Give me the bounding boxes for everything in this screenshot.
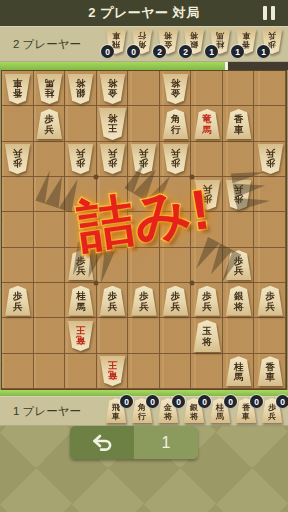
cell-2g[interactable]: 銀将 xyxy=(223,283,255,318)
cell-9h[interactable] xyxy=(2,318,34,353)
cell-7e[interactable] xyxy=(65,212,97,247)
cell-8a[interactable]: 桂馬 xyxy=(34,71,66,106)
cell-4a[interactable]: 金将 xyxy=(160,71,192,106)
piece-桂馬: 桂馬 xyxy=(225,356,252,386)
cell-3d[interactable]: 歩兵 xyxy=(191,177,223,212)
cell-6i[interactable]: 竜王 xyxy=(97,354,129,389)
pause-button[interactable] xyxy=(263,6,277,20)
hand-count-badge: 1 xyxy=(257,45,270,58)
pause-icon xyxy=(263,6,267,20)
cell-5i[interactable] xyxy=(128,354,160,389)
hand-piece-金将[interactable]: 金将0 xyxy=(157,398,181,425)
cell-6g[interactable]: 歩兵 xyxy=(97,283,129,318)
cell-5c[interactable]: 歩兵 xyxy=(128,142,160,177)
cell-7a[interactable]: 銀将 xyxy=(65,71,97,106)
hand-count-badge: 2 xyxy=(179,45,192,58)
cell-5h[interactable] xyxy=(128,318,160,353)
piece-香車: 香車 xyxy=(257,356,284,386)
cell-1b[interactable] xyxy=(254,106,286,141)
opponent-label: 2 プレーヤー xyxy=(13,37,81,52)
piece-歩兵: 歩兵 xyxy=(162,286,189,316)
piece-玉将: 玉将 xyxy=(193,320,222,352)
opponent-hand-tray: 2 プレーヤー 飛車0角行0金将2銀将2桂馬1香車1歩兵1 xyxy=(0,26,288,62)
hand-piece-香車[interactable]: 香車0 xyxy=(235,398,259,425)
piece-金将: 金将 xyxy=(162,74,189,104)
cell-3i[interactable] xyxy=(191,354,223,389)
player-label: 1 プレーヤー xyxy=(13,404,81,419)
piece-歩兵: 歩兵 xyxy=(162,144,189,174)
hand-piece-角行[interactable]: 角行0 xyxy=(131,398,155,425)
cell-3c[interactable] xyxy=(191,142,223,177)
piece-王将: 王将 xyxy=(98,108,127,140)
hand-piece-飛車[interactable]: 飛車0 xyxy=(105,398,129,425)
cell-6c[interactable]: 歩兵 xyxy=(97,142,129,177)
piece-歩兵: 歩兵 xyxy=(4,144,31,174)
cell-2i[interactable]: 桂馬 xyxy=(223,354,255,389)
cell-9f[interactable] xyxy=(2,248,34,283)
cell-6d[interactable] xyxy=(97,177,129,212)
cell-1c[interactable]: 歩兵 xyxy=(254,142,286,177)
piece-銀将: 銀将 xyxy=(67,74,94,104)
hand-piece-銀将[interactable]: 銀将0 xyxy=(183,398,207,425)
cell-7g[interactable]: 桂馬 xyxy=(65,283,97,318)
cell-5a[interactable] xyxy=(128,71,160,106)
cell-2a[interactable] xyxy=(223,71,255,106)
hand-piece-銀将[interactable]: 銀将2 xyxy=(183,29,207,56)
hand-count-badge: 0 xyxy=(127,45,140,58)
shogi-board: 香車桂馬銀将金将金将歩兵王将角行竜馬香車歩兵歩兵歩兵歩兵歩兵歩兵歩兵歩兵歩兵歩兵… xyxy=(1,70,287,390)
title-bar: 2 プレーヤー 対局 xyxy=(0,0,288,26)
cell-6b[interactable]: 王将 xyxy=(97,106,129,141)
timer-bar xyxy=(0,62,288,70)
cell-5f[interactable] xyxy=(128,248,160,283)
piece-歩兵: 歩兵 xyxy=(67,144,94,174)
piece-桂馬: 桂馬 xyxy=(36,74,63,104)
piece-竜王: 竜王 xyxy=(67,321,94,351)
page-title: 2 プレーヤー 対局 xyxy=(88,4,199,22)
hand-piece-桂馬[interactable]: 桂馬1 xyxy=(209,29,233,56)
undo-button[interactable] xyxy=(70,426,134,459)
cell-9g[interactable]: 歩兵 xyxy=(2,283,34,318)
piece-銀将: 銀将 xyxy=(225,286,252,316)
piece-香車: 香車 xyxy=(225,109,252,139)
cell-2h[interactable] xyxy=(223,318,255,353)
cell-7i[interactable] xyxy=(65,354,97,389)
cell-4e[interactable] xyxy=(160,212,192,247)
opponent-hand-row: 飛車0角行0金将2銀将2桂馬1香車1歩兵1 xyxy=(105,29,285,56)
cell-9e[interactable] xyxy=(2,212,34,247)
hand-piece-歩兵[interactable]: 歩兵0 xyxy=(261,398,285,425)
hand-count-badge: 1 xyxy=(231,45,244,58)
piece-歩兵: 歩兵 xyxy=(194,286,221,316)
pause-icon xyxy=(271,6,275,20)
piece-竜王: 竜王 xyxy=(99,356,126,386)
cell-7h[interactable]: 竜王 xyxy=(65,318,97,353)
piece-香車: 香車 xyxy=(4,74,31,104)
piece-歩兵: 歩兵 xyxy=(4,286,31,316)
timer-notch xyxy=(225,62,228,70)
hand-count-badge: 0 xyxy=(224,395,237,408)
piece-歩兵: 歩兵 xyxy=(130,144,157,174)
piece-歩兵: 歩兵 xyxy=(99,286,126,316)
undo-icon xyxy=(91,434,113,451)
cell-5e[interactable] xyxy=(128,212,160,247)
hand-count-badge: 0 xyxy=(198,395,211,408)
cell-2b[interactable]: 香車 xyxy=(223,106,255,141)
piece-桂馬: 桂馬 xyxy=(67,286,94,316)
piece-金将: 金将 xyxy=(99,74,126,104)
cell-1h[interactable] xyxy=(254,318,286,353)
star-point xyxy=(94,175,99,180)
cell-8f[interactable] xyxy=(34,248,66,283)
cell-4f[interactable] xyxy=(160,248,192,283)
piece-歩兵: 歩兵 xyxy=(130,286,157,316)
hand-count-badge: 0 xyxy=(276,395,288,408)
cell-9b[interactable] xyxy=(2,106,34,141)
move-counter: 1 xyxy=(134,426,198,459)
cell-1d[interactable] xyxy=(254,177,286,212)
cell-4c[interactable]: 歩兵 xyxy=(160,142,192,177)
hand-piece-香車[interactable]: 香車1 xyxy=(235,29,259,56)
hand-count-badge: 0 xyxy=(146,395,159,408)
cell-5b[interactable] xyxy=(128,106,160,141)
cell-8h[interactable] xyxy=(34,318,66,353)
piece-歩兵: 歩兵 xyxy=(257,144,284,174)
piece-歩兵: 歩兵 xyxy=(99,144,126,174)
cell-1g[interactable]: 歩兵 xyxy=(254,283,286,318)
cell-8b[interactable]: 歩兵 xyxy=(34,106,66,141)
hand-count-badge: 0 xyxy=(172,395,185,408)
hand-count-badge: 1 xyxy=(205,45,218,58)
hand-count-badge: 0 xyxy=(250,395,263,408)
cell-7b[interactable] xyxy=(65,106,97,141)
hand-piece-角行[interactable]: 角行0 xyxy=(131,29,155,56)
cell-3h[interactable]: 玉将 xyxy=(191,318,223,353)
hand-count-badge: 0 xyxy=(120,395,133,408)
cell-3g[interactable]: 歩兵 xyxy=(191,283,223,318)
hand-piece-桂馬[interactable]: 桂馬0 xyxy=(209,398,233,425)
cell-7c[interactable]: 歩兵 xyxy=(65,142,97,177)
hand-piece-金将[interactable]: 金将2 xyxy=(157,29,181,56)
cell-4b[interactable]: 角行 xyxy=(160,106,192,141)
star-point xyxy=(190,281,195,286)
cell-2e[interactable] xyxy=(223,212,255,247)
hand-count-badge: 2 xyxy=(153,45,166,58)
piece-歩兵: 歩兵 xyxy=(36,109,63,139)
piece-歩兵: 歩兵 xyxy=(194,180,221,210)
player-hand-tray: 1 プレーヤー 飛車0角行0金将0銀将0桂馬0香車0歩兵0 xyxy=(0,396,288,426)
cell-5g[interactable]: 歩兵 xyxy=(128,283,160,318)
cell-1i[interactable]: 香車 xyxy=(254,354,286,389)
cell-9a[interactable]: 香車 xyxy=(2,71,34,106)
hand-count-badge: 0 xyxy=(101,45,114,58)
player-hand-row: 飛車0角行0金将0銀将0桂馬0香車0歩兵0 xyxy=(105,398,285,425)
piece-歩兵: 歩兵 xyxy=(257,286,284,316)
cell-4h[interactable] xyxy=(160,318,192,353)
cell-4g[interactable]: 歩兵 xyxy=(160,283,192,318)
cell-1a[interactable] xyxy=(254,71,286,106)
cell-3b[interactable]: 竜馬 xyxy=(191,106,223,141)
star-point xyxy=(190,175,195,180)
piece-竜馬: 竜馬 xyxy=(194,109,221,139)
cell-8g[interactable] xyxy=(34,283,66,318)
piece-角行: 角行 xyxy=(162,109,189,139)
cell-9i[interactable] xyxy=(2,354,34,389)
cell-2c[interactable] xyxy=(223,142,255,177)
cell-1f[interactable] xyxy=(254,248,286,283)
cell-9c[interactable]: 歩兵 xyxy=(2,142,34,177)
star-point xyxy=(94,281,99,286)
cell-3a[interactable] xyxy=(191,71,223,106)
timer-fill xyxy=(0,62,225,70)
cell-6h[interactable] xyxy=(97,318,129,353)
cell-8i[interactable] xyxy=(34,354,66,389)
cell-1e[interactable] xyxy=(254,212,286,247)
hand-piece-歩兵[interactable]: 歩兵1 xyxy=(261,29,285,56)
hand-piece-飛車[interactable]: 飛車0 xyxy=(105,29,129,56)
cell-4i[interactable] xyxy=(160,354,192,389)
cell-6e[interactable] xyxy=(97,212,129,247)
cell-6a[interactable]: 金将 xyxy=(97,71,129,106)
cell-8e[interactable] xyxy=(34,212,66,247)
undo-control: 1 xyxy=(70,426,198,459)
cell-9d[interactable] xyxy=(2,177,34,212)
shogi-app-screen: 2 プレーヤー 対局 2 プレーヤー 飛車0角行0金将2銀将2桂馬1香車1歩兵1… xyxy=(0,0,288,512)
